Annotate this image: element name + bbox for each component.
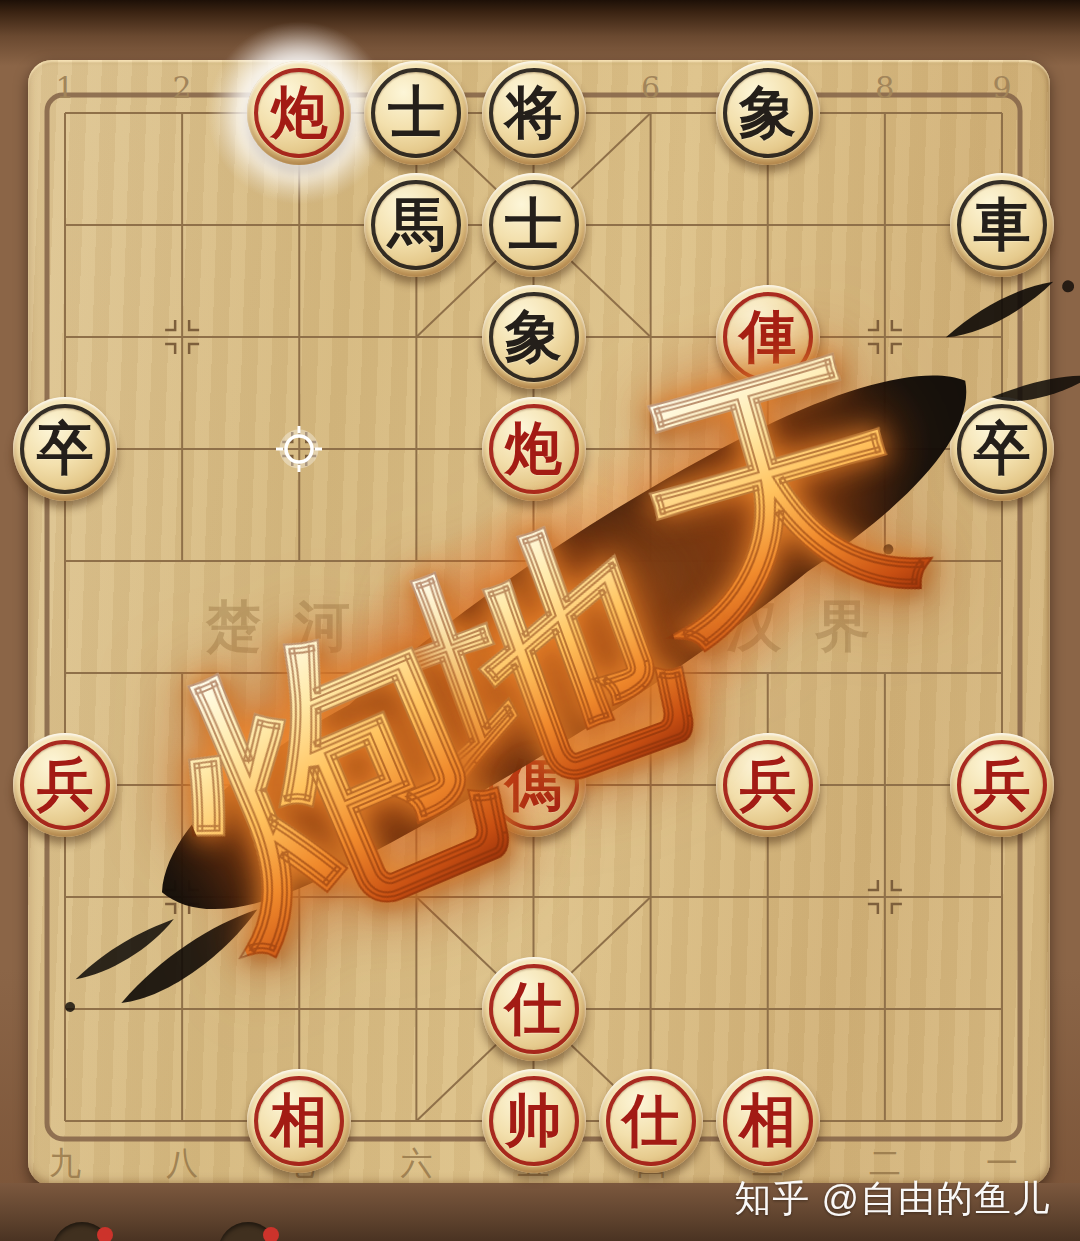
piece-character: 兵 — [974, 755, 1031, 812]
piece-red-兵[interactable]: 兵 — [716, 733, 820, 837]
file-number-top: 9 — [992, 70, 1011, 105]
piece-character: 炮 — [271, 83, 328, 140]
piece-black-士[interactable]: 士 — [364, 61, 468, 165]
piece-character: 兵 — [739, 755, 796, 812]
piece-character: 将 — [505, 83, 562, 140]
piece-red-炮[interactable]: 炮 — [482, 397, 586, 501]
piece-black-卒[interactable]: 卒 — [13, 397, 117, 501]
piece-character: 卒 — [974, 419, 1031, 476]
piece-red-帅[interactable]: 帅 — [482, 1069, 586, 1173]
piece-black-馬[interactable]: 馬 — [364, 173, 468, 277]
piece-character: 炮 — [505, 419, 562, 476]
piece-red-炮[interactable]: 炮 — [247, 61, 351, 165]
piece-character: 士 — [388, 83, 445, 140]
captured-piece-tray-dot — [263, 1227, 279, 1241]
piece-character: 傌 — [505, 755, 562, 812]
piece-character: 士 — [505, 195, 562, 252]
piece-character: 俥 — [739, 307, 796, 364]
piece-character: 帅 — [505, 1091, 562, 1148]
piece-black-象[interactable]: 象 — [482, 285, 586, 389]
piece-character: 車 — [974, 195, 1031, 252]
piece-character: 仕 — [505, 979, 562, 1036]
piece-character: 卒 — [37, 419, 94, 476]
piece-character: 兵 — [37, 755, 94, 812]
piece-red-俥[interactable]: 俥 — [716, 285, 820, 389]
file-number-bottom: 六 — [400, 1142, 432, 1186]
file-number-top: 2 — [173, 70, 192, 105]
river-text-left: 楚河 — [206, 590, 384, 664]
piece-black-将[interactable]: 将 — [482, 61, 586, 165]
file-number-top: 1 — [55, 70, 74, 105]
file-number-top: 8 — [875, 70, 894, 105]
piece-character: 象 — [739, 83, 796, 140]
piece-red-相[interactable]: 相 — [716, 1069, 820, 1173]
river-text-right: 汉界 — [726, 590, 904, 664]
piece-red-相[interactable]: 相 — [247, 1069, 351, 1173]
watermark: 知乎 @自由的鱼儿 — [734, 1174, 1050, 1224]
piece-character: 仕 — [622, 1091, 679, 1148]
piece-red-仕[interactable]: 仕 — [482, 957, 586, 1061]
file-number-bottom: 九 — [49, 1142, 81, 1186]
piece-red-仕[interactable]: 仕 — [599, 1069, 703, 1173]
file-number-top: 6 — [641, 70, 660, 105]
piece-red-兵[interactable]: 兵 — [13, 733, 117, 837]
piece-black-卒[interactable]: 卒 — [950, 397, 1054, 501]
piece-red-傌[interactable]: 傌 — [482, 733, 586, 837]
file-number-bottom: 八 — [166, 1142, 198, 1186]
piece-black-車[interactable]: 車 — [950, 173, 1054, 277]
piece-character: 相 — [739, 1091, 796, 1148]
piece-character: 馬 — [388, 195, 445, 252]
piece-red-兵[interactable]: 兵 — [950, 733, 1054, 837]
piece-black-象[interactable]: 象 — [716, 61, 820, 165]
piece-character: 相 — [271, 1091, 328, 1148]
background-top-strip — [0, 0, 1080, 66]
captured-piece-tray-dot — [97, 1227, 113, 1241]
piece-character: 象 — [505, 307, 562, 364]
piece-black-士[interactable]: 士 — [482, 173, 586, 277]
